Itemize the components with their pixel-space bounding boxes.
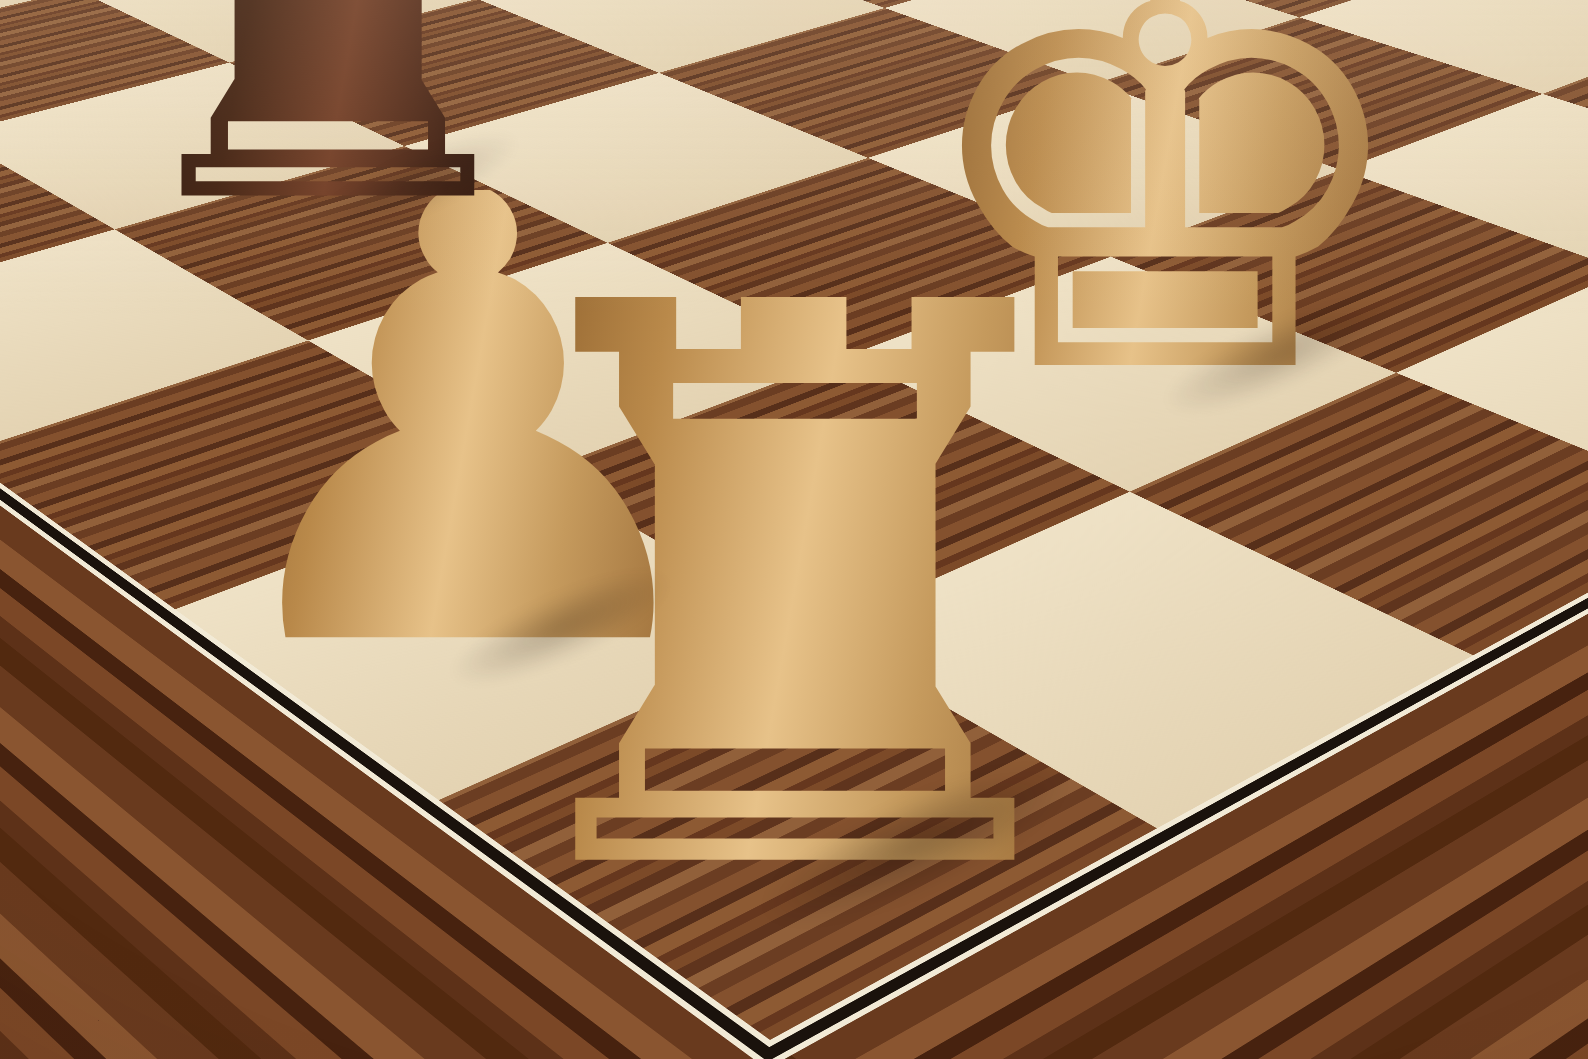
piece-black-rook-b4[interactable]: ♜ bbox=[95, 0, 561, 210]
board-photo: ♜♟♚♜ bbox=[0, 0, 1588, 1059]
pieces-layer: ♜♟♚♜ bbox=[0, 0, 1588, 1059]
